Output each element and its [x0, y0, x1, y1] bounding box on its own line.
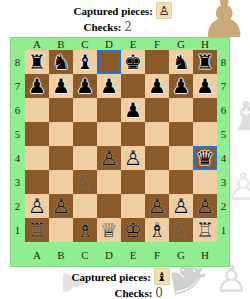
square-h7[interactable]: ♟ [193, 74, 217, 98]
rank-label-right-4: 4 [217, 146, 230, 170]
rank-label-left-3: 3 [10, 170, 25, 194]
square-a1[interactable]: ♖ [25, 218, 49, 242]
square-e2[interactable] [121, 194, 145, 218]
file-label-top-b: B [49, 37, 73, 50]
square-c1[interactable]: ♗ [73, 218, 97, 242]
square-h1[interactable]: ♖ [193, 218, 217, 242]
file-label-top-f: F [145, 37, 169, 50]
white-pawn: ♙ [52, 194, 70, 218]
square-g5[interactable] [169, 122, 193, 146]
rank-label-left-2: 2 [10, 194, 25, 218]
square-c8[interactable]: ♝ [73, 50, 97, 74]
square-b8[interactable]: ♞ [49, 50, 73, 74]
file-label-bottom-a: A [25, 242, 49, 267]
file-label-bottom-e: E [121, 242, 145, 267]
square-h5[interactable] [193, 122, 217, 146]
square-e5[interactable] [121, 122, 145, 146]
rank-label-left-1: 1 [10, 218, 25, 242]
square-f3[interactable] [145, 170, 169, 194]
rank-label-right-5: 5 [217, 122, 230, 146]
board-frame: AABBCCDDEEFFGGHH8877665544332211♜♞♝♚♞♜♟♟… [10, 37, 230, 267]
square-a7[interactable]: ♟ [25, 74, 49, 98]
file-label-top-g: G [169, 37, 193, 50]
square-d3[interactable] [97, 170, 121, 194]
rank-label-right-8: 8 [217, 50, 230, 74]
top-captured-label: Captured pieces: [73, 5, 153, 17]
square-f5[interactable] [145, 122, 169, 146]
white-knight: ♘ [76, 170, 94, 194]
file-label-bottom-g: G [169, 242, 193, 267]
black-pawn: ♟ [196, 74, 214, 98]
square-g2[interactable]: ♙ [169, 194, 193, 218]
black-pawn: ♟ [148, 74, 166, 98]
square-h4[interactable]: ♛ [193, 146, 217, 170]
rank-label-right-3: 3 [217, 170, 230, 194]
black-knight: ♞ [52, 50, 70, 74]
file-label-bottom-f: F [145, 242, 169, 267]
square-f2[interactable]: ♙ [145, 194, 169, 218]
file-label-top-e: E [121, 37, 145, 50]
square-e3[interactable] [121, 170, 145, 194]
file-label-bottom-h: H [193, 242, 217, 267]
square-d4[interactable]: ♙ [97, 146, 121, 170]
square-b7[interactable]: ♟ [49, 74, 73, 98]
square-g7[interactable]: ♟ [169, 74, 193, 98]
white-queen: ♕ [100, 218, 118, 242]
square-c3[interactable]: ♘ [73, 170, 97, 194]
square-c5[interactable] [73, 122, 97, 146]
white-bishop: ♗ [148, 218, 166, 242]
file-label-top-a: A [25, 37, 49, 50]
black-king: ♚ [124, 50, 142, 74]
white-pawn: ♙ [172, 194, 190, 218]
square-e6[interactable]: ♟ [121, 98, 145, 122]
captured-white-pawn-icon: ♙ [156, 2, 172, 19]
square-f6[interactable] [145, 98, 169, 122]
square-e1[interactable]: ♔ [121, 218, 145, 242]
top-checks-panel: Checks: 2 [83, 20, 132, 34]
white-bishop: ♗ [76, 218, 94, 242]
square-c6[interactable] [73, 98, 97, 122]
file-label-bottom-d: D [97, 242, 121, 267]
square-g6[interactable] [169, 98, 193, 122]
square-a6[interactable] [25, 98, 49, 122]
black-knight: ♞ [172, 50, 190, 74]
black-pawn: ♟ [28, 74, 46, 98]
square-g4[interactable] [169, 146, 193, 170]
square-b4[interactable] [49, 146, 73, 170]
decor-gray-bishop: ♝ [228, 96, 250, 136]
square-d8[interactable] [97, 50, 121, 74]
captured-black-bishop-icon: ♝ [154, 268, 170, 285]
file-label-top-c: C [73, 37, 97, 50]
square-d2[interactable] [97, 194, 121, 218]
top-captured-panel: Captured pieces: ♙ [73, 2, 172, 19]
square-f4[interactable] [145, 146, 169, 170]
rank-label-left-6: 6 [10, 98, 25, 122]
black-pawn: ♟ [124, 98, 142, 122]
file-label-top-h: H [193, 37, 217, 50]
black-queen: ♛ [196, 146, 214, 170]
white-pawn: ♙ [148, 194, 166, 218]
square-a5[interactable] [25, 122, 49, 146]
rank-label-right-1: 1 [217, 218, 230, 242]
square-f7[interactable]: ♟ [145, 74, 169, 98]
square-a3[interactable] [25, 170, 49, 194]
square-h8[interactable]: ♜ [193, 50, 217, 74]
white-rook: ♖ [196, 218, 214, 242]
square-b1[interactable] [49, 218, 73, 242]
square-f8[interactable] [145, 50, 169, 74]
black-bishop: ♝ [76, 50, 94, 74]
top-checks-label: Checks: [83, 21, 121, 33]
top-checks-count: 2 [124, 20, 132, 34]
square-g8[interactable]: ♞ [169, 50, 193, 74]
file-label-bottom-c: C [73, 242, 97, 267]
square-b2[interactable]: ♙ [49, 194, 73, 218]
bottom-captured-panel: Captured pieces: ♝ [71, 268, 170, 285]
square-d1[interactable]: ♕ [97, 218, 121, 242]
square-b5[interactable] [49, 122, 73, 146]
square-a2[interactable]: ♙ [25, 194, 49, 218]
square-e7[interactable] [121, 74, 145, 98]
square-b6[interactable] [49, 98, 73, 122]
black-pawn: ♟ [172, 74, 190, 98]
square-d6[interactable] [97, 98, 121, 122]
black-rook: ♜ [28, 50, 46, 74]
square-b3[interactable] [49, 170, 73, 194]
square-h6[interactable] [193, 98, 217, 122]
rank-label-right-2: 2 [217, 194, 230, 218]
rank-label-right-7: 7 [217, 74, 230, 98]
square-e4[interactable]: ♙ [121, 146, 145, 170]
file-label-bottom-b: B [49, 242, 73, 267]
square-f1[interactable]: ♗ [145, 218, 169, 242]
square-c2[interactable] [73, 194, 97, 218]
file-label-top-d: D [97, 37, 121, 50]
white-pawn: ♙ [100, 146, 118, 170]
black-pawn: ♟ [52, 74, 70, 98]
square-d5[interactable] [97, 122, 121, 146]
bottom-checks-count: 0 [155, 286, 163, 299]
white-pawn: ♙ [196, 194, 214, 218]
square-d7[interactable]: ♟ [97, 74, 121, 98]
white-pawn: ♙ [124, 146, 142, 170]
rank-label-left-4: 4 [10, 146, 25, 170]
square-a4[interactable] [25, 146, 49, 170]
rank-label-left-5: 5 [10, 122, 25, 146]
rank-label-left-8: 8 [10, 50, 25, 74]
square-c7[interactable]: ♟ [73, 74, 97, 98]
white-king: ♔ [124, 218, 142, 242]
black-pawn: ♟ [100, 74, 118, 98]
square-c4[interactable] [73, 146, 97, 170]
bottom-captured-label: Captured pieces: [71, 271, 151, 283]
square-a8[interactable]: ♜ [25, 50, 49, 74]
black-pawn: ♟ [76, 74, 94, 98]
square-g3[interactable] [169, 170, 193, 194]
white-knight: ♘ [172, 218, 190, 242]
black-rook: ♜ [196, 50, 214, 74]
bottom-checks-label: Checks: [114, 287, 152, 299]
square-h3[interactable] [193, 170, 217, 194]
square-h2[interactable]: ♙ [193, 194, 217, 218]
white-pawn: ♙ [28, 194, 46, 218]
square-g1[interactable]: ♘ [169, 218, 193, 242]
white-rook: ♖ [28, 218, 46, 242]
bottom-checks-panel: Checks: 0 [114, 286, 163, 299]
rank-label-left-7: 7 [10, 74, 25, 98]
square-e8[interactable]: ♚ [121, 50, 145, 74]
rank-label-right-6: 6 [217, 98, 230, 122]
